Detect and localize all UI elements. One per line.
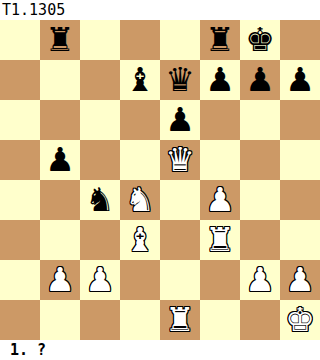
square-e3[interactable] (160, 220, 200, 260)
black-knight[interactable]: ♞ (85, 180, 115, 220)
square-f2[interactable] (200, 260, 240, 300)
square-d1[interactable] (120, 300, 160, 340)
square-f5[interactable] (200, 140, 240, 180)
black-pawn[interactable]: ♟ (45, 140, 75, 180)
square-f8[interactable]: ♜ (200, 20, 240, 60)
square-h1[interactable]: ♚ (280, 300, 320, 340)
square-g1[interactable] (240, 300, 280, 340)
black-bishop[interactable]: ♝ (125, 60, 155, 100)
square-c8[interactable] (80, 20, 120, 60)
white-bishop[interactable]: ♝ (125, 220, 155, 260)
black-pawn[interactable]: ♟ (245, 60, 275, 100)
square-a8[interactable] (0, 20, 40, 60)
square-a2[interactable] (0, 260, 40, 300)
square-e7[interactable]: ♛ (160, 60, 200, 100)
black-pawn[interactable]: ♟ (205, 60, 235, 100)
square-h2[interactable]: ♟ (280, 260, 320, 300)
square-e2[interactable] (160, 260, 200, 300)
black-pawn[interactable]: ♟ (165, 100, 195, 140)
black-rook[interactable]: ♜ (45, 20, 75, 60)
white-knight[interactable]: ♞ (125, 180, 155, 220)
square-d8[interactable] (120, 20, 160, 60)
square-f3[interactable]: ♜ (200, 220, 240, 260)
square-b1[interactable] (40, 300, 80, 340)
black-king[interactable]: ♚ (245, 20, 275, 60)
square-h4[interactable] (280, 180, 320, 220)
white-rook[interactable]: ♜ (205, 220, 235, 260)
white-pawn[interactable]: ♟ (205, 180, 235, 220)
square-c3[interactable] (80, 220, 120, 260)
square-c4[interactable]: ♞ (80, 180, 120, 220)
white-pawn[interactable]: ♟ (45, 260, 75, 300)
square-f7[interactable]: ♟ (200, 60, 240, 100)
move-prompt-bar: 1. ? (0, 340, 320, 360)
square-c1[interactable] (80, 300, 120, 340)
white-pawn[interactable]: ♟ (285, 260, 315, 300)
square-b3[interactable] (40, 220, 80, 260)
white-pawn[interactable]: ♟ (85, 260, 115, 300)
square-d6[interactable] (120, 100, 160, 140)
square-e4[interactable] (160, 180, 200, 220)
square-b4[interactable] (40, 180, 80, 220)
white-king[interactable]: ♚ (285, 300, 315, 340)
square-d5[interactable] (120, 140, 160, 180)
square-g2[interactable]: ♟ (240, 260, 280, 300)
square-g7[interactable]: ♟ (240, 60, 280, 100)
white-queen[interactable]: ♛ (165, 140, 195, 180)
square-a7[interactable] (0, 60, 40, 100)
square-f1[interactable] (200, 300, 240, 340)
square-h3[interactable] (280, 220, 320, 260)
black-rook[interactable]: ♜ (205, 20, 235, 60)
square-g8[interactable]: ♚ (240, 20, 280, 60)
square-h8[interactable] (280, 20, 320, 60)
square-c7[interactable] (80, 60, 120, 100)
square-e6[interactable]: ♟ (160, 100, 200, 140)
puzzle-title: T1.1305 (2, 1, 65, 19)
square-b5[interactable]: ♟ (40, 140, 80, 180)
square-c5[interactable] (80, 140, 120, 180)
puzzle-header: T1.1305 (0, 0, 320, 20)
square-d4[interactable]: ♞ (120, 180, 160, 220)
square-a5[interactable] (0, 140, 40, 180)
square-c6[interactable] (80, 100, 120, 140)
square-g4[interactable] (240, 180, 280, 220)
square-d2[interactable] (120, 260, 160, 300)
chess-board: ♜♜♚♝♛♟♟♟♟♟♛♞♞♟♝♜♟♟♟♟♜♚ (0, 20, 320, 340)
square-b8[interactable]: ♜ (40, 20, 80, 60)
square-b7[interactable] (40, 60, 80, 100)
square-c2[interactable]: ♟ (80, 260, 120, 300)
black-pawn[interactable]: ♟ (285, 60, 315, 100)
square-h6[interactable] (280, 100, 320, 140)
square-b2[interactable]: ♟ (40, 260, 80, 300)
square-h5[interactable] (280, 140, 320, 180)
square-e5[interactable]: ♛ (160, 140, 200, 180)
square-h7[interactable]: ♟ (280, 60, 320, 100)
square-f4[interactable]: ♟ (200, 180, 240, 220)
white-pawn[interactable]: ♟ (245, 260, 275, 300)
black-queen[interactable]: ♛ (165, 60, 195, 100)
square-f6[interactable] (200, 100, 240, 140)
move-prompt: 1. ? (10, 341, 46, 359)
square-b6[interactable] (40, 100, 80, 140)
square-g3[interactable] (240, 220, 280, 260)
square-a6[interactable] (0, 100, 40, 140)
square-e1[interactable]: ♜ (160, 300, 200, 340)
square-d3[interactable]: ♝ (120, 220, 160, 260)
square-a3[interactable] (0, 220, 40, 260)
square-a4[interactable] (0, 180, 40, 220)
square-g5[interactable] (240, 140, 280, 180)
square-a1[interactable] (0, 300, 40, 340)
square-d7[interactable]: ♝ (120, 60, 160, 100)
square-e8[interactable] (160, 20, 200, 60)
white-rook[interactable]: ♜ (165, 300, 195, 340)
square-g6[interactable] (240, 100, 280, 140)
